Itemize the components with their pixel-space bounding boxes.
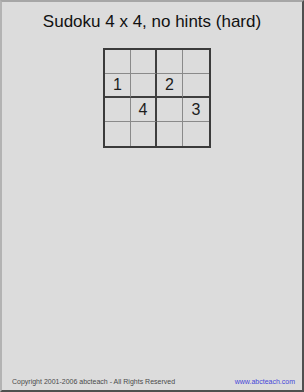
copyright-text: Copyright 2001-2006 abcteach - All Right… bbox=[12, 378, 175, 385]
cell-r1c2 bbox=[131, 50, 157, 74]
page-title: Sudoku 4 x 4, no hints (hard) bbox=[2, 12, 302, 32]
cell-r2c3: 2 bbox=[157, 74, 183, 98]
cell-r2c2 bbox=[131, 74, 157, 98]
cell-r1c1 bbox=[105, 50, 131, 74]
worksheet-page: Sudoku 4 x 4, no hints (hard) 1243 Copyr… bbox=[0, 0, 304, 392]
cell-r4c4 bbox=[183, 122, 209, 146]
sudoku-board: 1243 bbox=[103, 48, 211, 148]
cell-r2c1: 1 bbox=[105, 74, 131, 98]
cell-r3c2: 4 bbox=[131, 98, 157, 122]
cell-r1c4 bbox=[183, 50, 209, 74]
cell-r4c1 bbox=[105, 122, 131, 146]
cell-r4c2 bbox=[131, 122, 157, 146]
cell-r1c3 bbox=[157, 50, 183, 74]
cell-r3c3 bbox=[157, 98, 183, 122]
website-link[interactable]: www.abcteach.com bbox=[235, 378, 295, 385]
cell-r3c1 bbox=[105, 98, 131, 122]
cell-r2c4 bbox=[183, 74, 209, 98]
cell-r3c4: 3 bbox=[183, 98, 209, 122]
footer: Copyright 2001-2006 abcteach - All Right… bbox=[2, 378, 302, 385]
cell-r4c3 bbox=[157, 122, 183, 146]
